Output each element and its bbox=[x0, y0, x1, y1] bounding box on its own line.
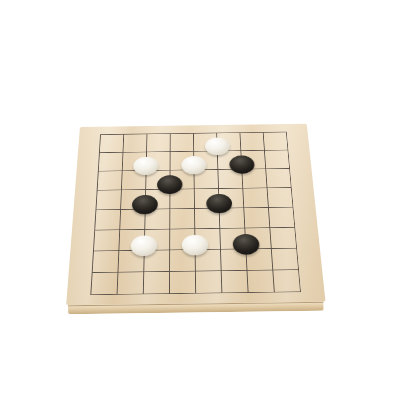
product-photo bbox=[0, 0, 400, 400]
go-stone-black-D6[interactable] bbox=[157, 175, 182, 194]
go-board bbox=[66, 124, 325, 306]
go-stone-white-F8[interactable] bbox=[205, 137, 230, 155]
go-stone-black-G3[interactable] bbox=[232, 234, 259, 255]
go-stone-black-F5[interactable] bbox=[206, 194, 232, 214]
stones-layer bbox=[90, 132, 301, 295]
go-stone-white-C3[interactable] bbox=[130, 235, 157, 256]
go-stone-black-G7[interactable] bbox=[229, 155, 255, 174]
go-stone-white-E7[interactable] bbox=[181, 156, 206, 175]
go-stone-white-C7[interactable] bbox=[133, 157, 158, 176]
go-stone-black-C5[interactable] bbox=[132, 195, 158, 215]
board-surface[interactable] bbox=[66, 124, 325, 306]
go-stone-white-E3[interactable] bbox=[182, 235, 209, 256]
